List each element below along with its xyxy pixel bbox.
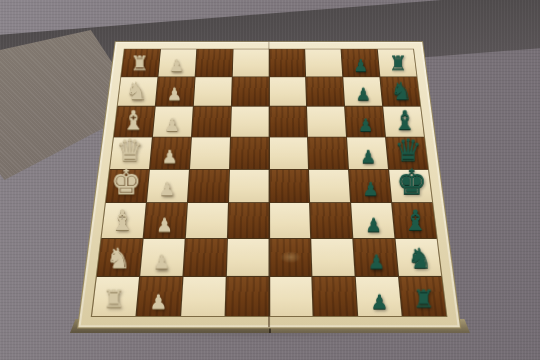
white-rook[interactable]: ♜ (93, 287, 136, 311)
green-pawn[interactable]: ♟ (347, 116, 385, 134)
square-h2[interactable]: ♟ (136, 277, 182, 316)
square-g4[interactable] (226, 239, 268, 276)
square-f2[interactable]: ♟ (144, 203, 187, 238)
square-g2[interactable]: ♟ (140, 239, 184, 276)
green-pawn[interactable]: ♟ (356, 253, 398, 272)
square-c6[interactable] (307, 106, 346, 136)
green-pawn[interactable]: ♟ (345, 86, 382, 103)
square-h7[interactable]: ♟ (356, 277, 402, 316)
green-pawn[interactable]: ♟ (351, 181, 391, 199)
square-a8[interactable]: ♜ (378, 49, 417, 76)
square-h4[interactable] (225, 277, 268, 316)
square-a1[interactable]: ♜ (121, 49, 160, 76)
square-c4[interactable] (231, 106, 269, 136)
square-a5[interactable] (269, 49, 305, 76)
square-c3[interactable] (192, 106, 231, 136)
white-pawn[interactable]: ♟ (153, 116, 191, 134)
chess-board: ♜♟♟♜♞♟♟♞♝♟♟♝♛♟♟♛♚♟♟♚♝♟♟♝♞♟♟♞♜♟♟♜ (77, 41, 461, 328)
square-e8[interactable]: ♚ (389, 169, 432, 202)
square-a2[interactable]: ♟ (158, 49, 196, 76)
green-bishop[interactable]: ♝ (386, 107, 424, 133)
green-pawn[interactable]: ♟ (349, 147, 388, 165)
square-d5[interactable] (269, 137, 308, 168)
square-f1[interactable]: ♝ (102, 203, 146, 238)
white-pawn[interactable]: ♟ (137, 292, 180, 312)
square-c5[interactable] (269, 106, 307, 136)
white-knight[interactable]: ♞ (97, 244, 139, 272)
square-g5[interactable] (270, 239, 312, 276)
square-d6[interactable] (308, 137, 348, 168)
square-h1[interactable]: ♜ (92, 277, 139, 316)
green-knight[interactable]: ♞ (399, 244, 441, 272)
square-b6[interactable] (306, 77, 344, 105)
square-g7[interactable]: ♟ (354, 239, 398, 276)
square-b5[interactable] (269, 77, 306, 105)
square-a7[interactable]: ♟ (342, 49, 380, 76)
green-rook[interactable]: ♜ (403, 287, 446, 311)
white-pawn[interactable]: ♟ (147, 181, 187, 199)
square-d4[interactable] (230, 137, 269, 168)
square-d3[interactable] (190, 137, 230, 168)
white-knight[interactable]: ♞ (118, 78, 155, 103)
square-g3[interactable] (183, 239, 226, 276)
square-g8[interactable]: ♞ (396, 239, 442, 276)
square-g6[interactable] (312, 239, 355, 276)
square-b4[interactable] (232, 77, 269, 105)
square-a6[interactable] (306, 49, 343, 76)
white-bishop[interactable]: ♝ (102, 206, 143, 234)
square-h6[interactable] (313, 277, 358, 316)
square-f4[interactable] (228, 203, 269, 238)
square-e4[interactable] (229, 169, 269, 202)
chess-board-grid: ♜♟♟♜♞♟♟♞♝♟♟♝♛♟♟♛♚♟♟♚♝♟♟♝♞♟♟♞♜♟♟♜ (92, 49, 446, 316)
green-pawn[interactable]: ♟ (343, 57, 379, 74)
square-h5[interactable] (270, 277, 313, 316)
square-b7[interactable]: ♟ (343, 77, 382, 105)
square-g1[interactable]: ♞ (97, 239, 142, 276)
square-b2[interactable]: ♟ (156, 77, 195, 105)
square-f6[interactable] (310, 203, 352, 238)
white-pawn[interactable]: ♟ (159, 57, 195, 74)
square-b3[interactable] (194, 77, 232, 105)
square-c7[interactable]: ♟ (345, 106, 385, 136)
square-a4[interactable] (232, 49, 268, 76)
square-e7[interactable]: ♟ (349, 169, 391, 202)
board-scene: ♜♟♟♜♞♟♟♞♝♟♟♝♛♟♟♛♚♟♟♚♝♟♟♝♞♟♟♞♜♟♟♜ (0, 0, 540, 360)
square-b1[interactable]: ♞ (118, 77, 158, 105)
green-knight[interactable]: ♞ (383, 78, 420, 103)
square-e3[interactable] (188, 169, 229, 202)
square-e1[interactable]: ♚ (106, 169, 149, 202)
white-pawn[interactable]: ♟ (156, 86, 193, 103)
white-king[interactable]: ♚ (106, 164, 146, 199)
square-b8[interactable]: ♞ (381, 77, 421, 105)
white-pawn[interactable]: ♟ (150, 147, 189, 165)
square-f8[interactable]: ♝ (392, 203, 436, 238)
square-d2[interactable]: ♟ (150, 137, 191, 168)
green-king[interactable]: ♚ (392, 164, 432, 199)
square-f5[interactable] (270, 203, 311, 238)
white-rook[interactable]: ♜ (122, 53, 158, 73)
square-e5[interactable] (270, 169, 310, 202)
square-d7[interactable]: ♟ (347, 137, 388, 168)
square-e6[interactable] (309, 169, 350, 202)
square-e2[interactable]: ♟ (147, 169, 189, 202)
square-c2[interactable]: ♟ (153, 106, 193, 136)
square-h8[interactable]: ♜ (399, 277, 446, 316)
white-pawn[interactable]: ♟ (140, 253, 182, 272)
green-rook[interactable]: ♜ (380, 53, 416, 73)
green-pawn[interactable]: ♟ (358, 292, 401, 312)
white-bishop[interactable]: ♝ (114, 107, 152, 133)
square-h3[interactable] (181, 277, 225, 316)
square-f7[interactable]: ♟ (351, 203, 394, 238)
green-bishop[interactable]: ♝ (395, 206, 436, 234)
square-a3[interactable] (195, 49, 232, 76)
white-pawn[interactable]: ♟ (144, 216, 185, 235)
green-pawn[interactable]: ♟ (353, 216, 394, 235)
square-f3[interactable] (186, 203, 228, 238)
